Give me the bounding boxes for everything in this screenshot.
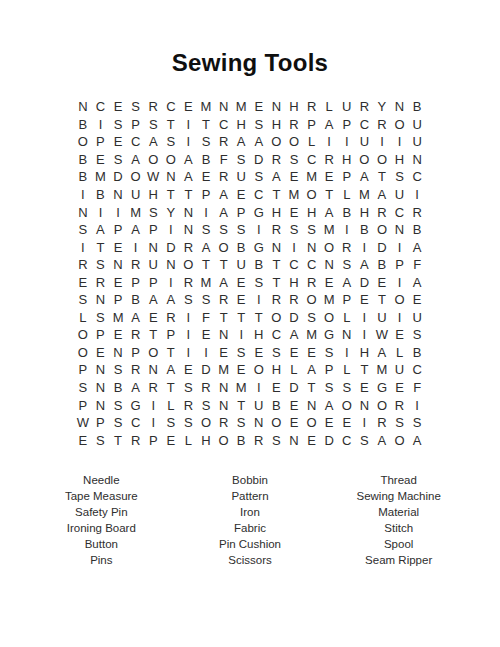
grid-cell[interactable]: S [232,221,250,239]
grid-cell[interactable]: R [180,238,198,256]
grid-cell[interactable]: T [268,256,286,274]
grid-cell[interactable]: S [92,431,110,449]
grid-cell[interactable]: N [391,98,409,116]
grid-cell[interactable]: O [391,291,409,309]
grid-cell[interactable]: H [356,203,374,221]
grid-cell[interactable]: B [74,168,92,186]
grid-cell[interactable]: N [74,98,92,116]
grid-cell[interactable]: A [408,431,426,449]
grid-cell[interactable]: E [180,361,198,379]
grid-cell[interactable]: B [338,203,356,221]
grid-cell[interactable]: S [338,256,356,274]
grid-cell[interactable]: S [408,326,426,344]
grid-cell[interactable]: M [285,186,303,204]
grid-cell[interactable]: A [373,186,391,204]
grid-cell[interactable]: C [268,326,286,344]
grid-cell[interactable]: F [215,151,233,169]
grid-cell[interactable]: O [338,396,356,414]
grid-cell[interactable]: L [162,396,180,414]
grid-cell[interactable]: A [215,273,233,291]
grid-cell[interactable]: S [144,116,162,134]
grid-cell[interactable]: R [320,151,338,169]
grid-cell[interactable]: P [74,361,92,379]
grid-cell[interactable]: O [373,396,391,414]
grid-cell[interactable]: E [391,379,409,397]
grid-cell[interactable]: I [320,133,338,151]
grid-cell[interactable]: H [268,116,286,134]
grid-cell[interactable]: S [250,273,268,291]
grid-cell[interactable]: I [180,116,198,134]
grid-cell[interactable]: C [356,116,374,134]
grid-cell[interactable]: R [74,256,92,274]
grid-cell[interactable]: S [320,344,338,362]
grid-cell[interactable]: R [391,396,409,414]
grid-cell[interactable]: I [92,203,110,221]
grid-cell[interactable]: O [127,168,145,186]
grid-cell[interactable]: S [144,203,162,221]
grid-cell[interactable]: M [303,326,321,344]
grid-cell[interactable]: T [268,273,286,291]
grid-cell[interactable]: B [109,379,127,397]
grid-cell[interactable]: G [320,326,338,344]
grid-cell[interactable]: O [285,133,303,151]
grid-cell[interactable]: G [127,396,145,414]
grid-cell[interactable]: T [162,379,180,397]
grid-cell[interactable]: S [180,379,198,397]
grid-cell[interactable]: R [197,379,215,397]
grid-cell[interactable]: M [92,168,110,186]
grid-cell[interactable]: E [109,98,127,116]
grid-cell[interactable]: R [268,221,286,239]
grid-cell[interactable]: I [144,414,162,432]
grid-cell[interactable]: I [408,396,426,414]
grid-cell[interactable]: R [338,238,356,256]
grid-cell[interactable]: O [268,309,286,327]
grid-cell[interactable]: P [127,344,145,362]
grid-cell[interactable]: I [109,203,127,221]
grid-cell[interactable]: M [303,168,321,186]
grid-cell[interactable]: I [356,238,374,256]
grid-cell[interactable]: G [250,203,268,221]
grid-cell[interactable]: A [127,379,145,397]
grid-cell[interactable]: U [408,116,426,134]
grid-cell[interactable]: I [391,309,409,327]
grid-cell[interactable]: O [373,221,391,239]
grid-cell[interactable]: S [408,414,426,432]
grid-cell[interactable]: A [338,273,356,291]
grid-cell[interactable]: N [109,186,127,204]
grid-cell[interactable]: O [320,309,338,327]
grid-cell[interactable]: O [250,361,268,379]
grid-cell[interactable]: L [285,361,303,379]
grid-cell[interactable]: A [250,133,268,151]
grid-cell[interactable]: O [268,133,286,151]
grid-cell[interactable]: T [144,326,162,344]
grid-cell[interactable]: O [74,133,92,151]
grid-cell[interactable]: D [285,379,303,397]
grid-cell[interactable]: E [285,396,303,414]
grid-cell[interactable]: U [373,309,391,327]
grid-cell[interactable]: P [92,326,110,344]
grid-cell[interactable]: E [320,168,338,186]
grid-cell[interactable]: L [320,98,338,116]
grid-cell[interactable]: C [92,98,110,116]
grid-cell[interactable]: S [109,396,127,414]
grid-cell[interactable]: T [162,186,180,204]
grid-cell[interactable]: I [356,326,374,344]
grid-cell[interactable]: N [338,326,356,344]
grid-cell[interactable]: M [373,361,391,379]
grid-cell[interactable]: H [144,186,162,204]
grid-cell[interactable]: U [127,186,145,204]
grid-cell[interactable]: M [109,309,127,327]
grid-cell[interactable]: A [162,291,180,309]
grid-cell[interactable]: P [391,256,409,274]
grid-cell[interactable]: A [180,151,198,169]
grid-cell[interactable]: R [127,256,145,274]
grid-cell[interactable]: U [356,133,374,151]
grid-cell[interactable]: C [303,256,321,274]
grid-cell[interactable]: C [303,151,321,169]
grid-cell[interactable]: R [127,326,145,344]
grid-cell[interactable]: O [268,414,286,432]
grid-cell[interactable]: R [180,396,198,414]
grid-cell[interactable]: R [356,98,374,116]
grid-cell[interactable]: C [127,133,145,151]
grid-cell[interactable]: T [197,256,215,274]
grid-cell[interactable]: A [232,133,250,151]
grid-cell[interactable]: A [320,203,338,221]
grid-cell[interactable]: N [391,221,409,239]
grid-cell[interactable]: E [232,186,250,204]
grid-cell[interactable]: A [320,116,338,134]
grid-cell[interactable]: E [109,326,127,344]
grid-cell[interactable]: N [408,151,426,169]
grid-cell[interactable]: I [338,133,356,151]
grid-cell[interactable]: S [109,151,127,169]
grid-cell[interactable]: I [162,221,180,239]
grid-cell[interactable]: W [144,168,162,186]
grid-cell[interactable]: H [268,361,286,379]
grid-cell[interactable]: S [109,361,127,379]
grid-cell[interactable]: S [180,414,198,432]
grid-cell[interactable]: I [391,273,409,291]
grid-cell[interactable]: R [285,291,303,309]
grid-cell[interactable]: E [320,273,338,291]
grid-cell[interactable]: A [373,431,391,449]
grid-cell[interactable]: S [268,431,286,449]
grid-cell[interactable]: E [250,98,268,116]
grid-cell[interactable]: P [109,291,127,309]
grid-cell[interactable]: S [162,133,180,151]
grid-cell[interactable]: H [303,203,321,221]
grid-cell[interactable]: M [320,291,338,309]
grid-cell[interactable]: E [74,273,92,291]
grid-cell[interactable]: T [197,116,215,134]
grid-cell[interactable]: I [74,238,92,256]
grid-cell[interactable]: E [356,379,374,397]
grid-cell[interactable]: S [74,291,92,309]
grid-cell[interactable]: S [197,133,215,151]
grid-cell[interactable]: H [391,151,409,169]
grid-cell[interactable]: T [373,291,391,309]
grid-cell[interactable]: P [127,116,145,134]
grid-cell[interactable]: I [180,133,198,151]
grid-cell[interactable]: L [338,186,356,204]
grid-cell[interactable]: S [303,221,321,239]
grid-cell[interactable]: E [144,309,162,327]
grid-cell[interactable]: P [144,431,162,449]
grid-cell[interactable]: E [109,133,127,151]
grid-cell[interactable]: P [162,326,180,344]
grid-cell[interactable]: S [320,379,338,397]
grid-cell[interactable]: A [127,309,145,327]
grid-cell[interactable]: I [180,309,198,327]
grid-cell[interactable]: N [180,203,198,221]
grid-cell[interactable]: S [197,221,215,239]
grid-cell[interactable]: T [109,431,127,449]
grid-cell[interactable]: S [391,168,409,186]
grid-cell[interactable]: N [109,344,127,362]
grid-cell[interactable]: S [250,168,268,186]
grid-cell[interactable]: I [250,221,268,239]
grid-cell[interactable]: E [197,326,215,344]
grid-cell[interactable]: C [408,361,426,379]
grid-cell[interactable]: M [320,221,338,239]
grid-cell[interactable]: S [232,344,250,362]
grid-cell[interactable]: R [162,309,180,327]
grid-cell[interactable]: R [144,379,162,397]
grid-cell[interactable]: R [303,98,321,116]
grid-cell[interactable]: E [320,414,338,432]
grid-cell[interactable]: Y [162,203,180,221]
grid-cell[interactable]: L [391,344,409,362]
grid-cell[interactable]: T [250,309,268,327]
grid-cell[interactable]: D [356,273,374,291]
grid-cell[interactable]: C [338,431,356,449]
grid-cell[interactable]: D [109,168,127,186]
grid-cell[interactable]: H [197,431,215,449]
grid-cell[interactable]: U [144,256,162,274]
grid-cell[interactable]: E [285,168,303,186]
grid-cell[interactable]: N [268,238,286,256]
grid-cell[interactable]: S [74,379,92,397]
grid-cell[interactable]: N [303,396,321,414]
grid-cell[interactable]: P [144,273,162,291]
grid-cell[interactable]: S [162,414,180,432]
grid-cell[interactable]: P [338,291,356,309]
grid-cell[interactable]: S [92,309,110,327]
grid-cell[interactable]: R [215,168,233,186]
grid-cell[interactable]: I [74,186,92,204]
grid-cell[interactable]: N [92,361,110,379]
grid-cell[interactable]: I [250,379,268,397]
grid-cell[interactable]: S [180,291,198,309]
grid-cell[interactable]: E [285,203,303,221]
grid-cell[interactable]: R [408,203,426,221]
grid-cell[interactable]: E [92,151,110,169]
grid-cell[interactable]: S [215,221,233,239]
grid-cell[interactable]: L [338,309,356,327]
grid-cell[interactable]: I [180,344,198,362]
grid-cell[interactable]: B [356,221,374,239]
grid-cell[interactable]: A [144,133,162,151]
grid-cell[interactable]: R [373,116,391,134]
grid-cell[interactable]: A [408,238,426,256]
grid-cell[interactable]: N [162,168,180,186]
grid-cell[interactable]: D [250,151,268,169]
grid-cell[interactable]: T [215,256,233,274]
grid-cell[interactable]: T [356,361,374,379]
grid-cell[interactable]: S [338,379,356,397]
grid-cell[interactable]: Y [373,98,391,116]
grid-cell[interactable]: M [232,98,250,116]
grid-cell[interactable]: I [391,133,409,151]
grid-cell[interactable]: M [215,361,233,379]
grid-cell[interactable]: E [373,273,391,291]
grid-cell[interactable]: A [215,186,233,204]
grid-cell[interactable]: M [232,379,250,397]
grid-cell[interactable]: R [303,273,321,291]
grid-cell[interactable]: R [180,273,198,291]
grid-cell[interactable]: O [144,151,162,169]
grid-cell[interactable]: E [250,344,268,362]
grid-cell[interactable]: E [285,344,303,362]
grid-cell[interactable]: O [356,151,374,169]
grid-cell[interactable]: E [408,291,426,309]
grid-cell[interactable]: A [356,256,374,274]
grid-cell[interactable]: S [127,98,145,116]
grid-cell[interactable]: P [197,186,215,204]
grid-cell[interactable]: B [92,186,110,204]
grid-cell[interactable]: R [285,116,303,134]
grid-cell[interactable]: P [320,361,338,379]
grid-cell[interactable]: O [373,151,391,169]
grid-cell[interactable]: T [162,344,180,362]
grid-cell[interactable]: A [303,361,321,379]
grid-cell[interactable]: S [285,221,303,239]
grid-cell[interactable]: S [303,309,321,327]
grid-cell[interactable]: S [109,414,127,432]
grid-cell[interactable]: O [144,344,162,362]
grid-cell[interactable]: N [92,379,110,397]
grid-cell[interactable]: N [92,396,110,414]
grid-cell[interactable]: C [215,116,233,134]
grid-cell[interactable]: A [215,203,233,221]
grid-cell[interactable]: E [268,379,286,397]
grid-cell[interactable]: H [250,326,268,344]
grid-cell[interactable]: U [232,168,250,186]
grid-cell[interactable]: P [74,396,92,414]
grid-cell[interactable]: T [268,186,286,204]
grid-cell[interactable]: R [215,133,233,151]
grid-cell[interactable]: B [250,256,268,274]
grid-cell[interactable]: E [303,344,321,362]
grid-cell[interactable]: B [74,116,92,134]
grid-cell[interactable]: E [74,431,92,449]
grid-cell[interactable]: N [144,238,162,256]
grid-cell[interactable]: U [391,361,409,379]
grid-cell[interactable]: B [408,344,426,362]
grid-cell[interactable]: I [197,344,215,362]
grid-cell[interactable]: R [127,361,145,379]
grid-cell[interactable]: S [197,396,215,414]
grid-cell[interactable]: T [303,379,321,397]
grid-cell[interactable]: O [180,256,198,274]
grid-cell[interactable]: E [109,273,127,291]
grid-cell[interactable]: I [285,238,303,256]
grid-cell[interactable]: T [373,168,391,186]
grid-cell[interactable]: C [285,256,303,274]
grid-cell[interactable]: N [268,98,286,116]
grid-cell[interactable]: S [92,256,110,274]
grid-cell[interactable]: P [338,116,356,134]
grid-cell[interactable]: O [215,431,233,449]
grid-cell[interactable]: A [127,151,145,169]
grid-cell[interactable]: O [197,414,215,432]
grid-cell[interactable]: L [338,361,356,379]
grid-cell[interactable]: O [303,291,321,309]
grid-cell[interactable]: R [268,291,286,309]
grid-cell[interactable]: S [356,431,374,449]
grid-cell[interactable]: B [268,396,286,414]
grid-cell[interactable]: D [162,238,180,256]
grid-cell[interactable]: B [232,238,250,256]
grid-cell[interactable]: E [162,431,180,449]
grid-cell[interactable]: R [268,151,286,169]
grid-cell[interactable]: I [127,238,145,256]
grid-cell[interactable]: R [215,414,233,432]
grid-cell[interactable]: A [285,326,303,344]
grid-cell[interactable]: E [356,291,374,309]
grid-cell[interactable]: O [74,326,92,344]
grid-cell[interactable]: I [356,309,374,327]
grid-cell[interactable]: I [338,344,356,362]
grid-cell[interactable]: P [338,168,356,186]
grid-cell[interactable]: S [285,151,303,169]
grid-cell[interactable]: T [162,116,180,134]
grid-cell[interactable]: O [303,414,321,432]
grid-cell[interactable]: O [74,344,92,362]
grid-cell[interactable]: A [197,238,215,256]
grid-cell[interactable]: C [127,414,145,432]
grid-cell[interactable]: I [373,133,391,151]
grid-cell[interactable]: T [92,238,110,256]
grid-cell[interactable]: C [162,98,180,116]
grid-cell[interactable]: U [408,133,426,151]
grid-cell[interactable]: E [391,326,409,344]
grid-cell[interactable]: E [180,98,198,116]
grid-cell[interactable]: A [356,168,374,186]
grid-cell[interactable]: N [162,256,180,274]
grid-cell[interactable]: I [338,221,356,239]
grid-cell[interactable]: C [250,186,268,204]
grid-cell[interactable]: U [250,396,268,414]
grid-cell[interactable]: I [162,273,180,291]
grid-cell[interactable]: S [268,344,286,362]
grid-cell[interactable]: N [215,98,233,116]
grid-cell[interactable]: E [92,344,110,362]
grid-cell[interactable]: U [338,98,356,116]
grid-cell[interactable]: N [74,203,92,221]
grid-cell[interactable]: N [303,238,321,256]
grid-cell[interactable]: E [338,414,356,432]
grid-cell[interactable]: D [197,361,215,379]
grid-cell[interactable]: R [250,431,268,449]
grid-cell[interactable]: R [373,203,391,221]
grid-cell[interactable]: E [232,291,250,309]
grid-cell[interactable]: I [250,291,268,309]
